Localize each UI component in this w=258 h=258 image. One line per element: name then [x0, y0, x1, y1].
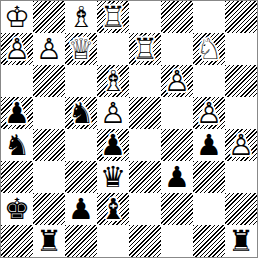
white-pawn-glyph: ♙: [193, 97, 225, 129]
white-king-icon: ♚♔: [1, 1, 33, 33]
black-queen-glyph: ♛: [97, 161, 129, 193]
square-b3[interactable]: [33, 161, 65, 193]
black-knight-icon: ♞♞: [65, 97, 97, 129]
black-knight-glyph: ♞: [1, 129, 33, 161]
black-knight-icon: ♞♞: [1, 129, 33, 161]
black-king-icon: ♚♚: [1, 193, 33, 225]
black-rook-icon: ♜♜: [225, 225, 257, 257]
white-pawn-icon: ♟♙: [33, 33, 65, 65]
white-queen-icon: ♛♕: [65, 33, 97, 65]
chess-board: ♚♔♝♗♜♖♟♙♟♙♛♕♜♖♞♘♝♗♟♙♟♟♞♞♟♙♟♙♞♞♟♟♟♟♟♙♛♛♟♟…: [1, 1, 257, 257]
white-pawn-glyph: ♙: [97, 97, 129, 129]
square-e7[interactable]: ♜♖: [129, 33, 161, 65]
black-pawn-icon: ♟♟: [193, 129, 225, 161]
black-king-glyph: ♚: [1, 193, 33, 225]
white-queen-glyph: ♕: [65, 33, 97, 65]
white-pawn-glyph: ♙: [161, 65, 193, 97]
square-c2[interactable]: ♟♟: [65, 193, 97, 225]
square-h2[interactable]: [225, 193, 257, 225]
white-pawn-icon: ♟♙: [97, 97, 129, 129]
white-rook-glyph: ♖: [129, 33, 161, 65]
square-h4[interactable]: ♟♙: [225, 129, 257, 161]
square-e8[interactable]: [129, 1, 161, 33]
square-e5[interactable]: [129, 97, 161, 129]
square-c3[interactable]: [65, 161, 97, 193]
square-h3[interactable]: [225, 161, 257, 193]
square-a1[interactable]: [1, 225, 33, 257]
square-d8[interactable]: ♜♖: [97, 1, 129, 33]
square-b5[interactable]: [33, 97, 65, 129]
square-c6[interactable]: [65, 65, 97, 97]
square-g2[interactable]: [193, 193, 225, 225]
black-queen-icon: ♛♛: [97, 161, 129, 193]
white-rook-icon: ♜♖: [129, 33, 161, 65]
square-d3[interactable]: ♛♛: [97, 161, 129, 193]
square-a4[interactable]: ♞♞: [1, 129, 33, 161]
square-g3[interactable]: [193, 161, 225, 193]
black-rook-glyph: ♜: [225, 225, 257, 257]
square-b8[interactable]: [33, 1, 65, 33]
black-pawn-glyph: ♟: [97, 129, 129, 161]
square-d1[interactable]: [97, 225, 129, 257]
square-a8[interactable]: ♚♔: [1, 1, 33, 33]
square-f7[interactable]: [161, 33, 193, 65]
white-pawn-icon: ♟♙: [225, 129, 257, 161]
white-bishop-glyph: ♗: [65, 1, 97, 33]
square-f1[interactable]: [161, 225, 193, 257]
square-a2[interactable]: ♚♚: [1, 193, 33, 225]
black-pawn-icon: ♟♟: [97, 129, 129, 161]
black-pawn-glyph: ♟: [161, 161, 193, 193]
white-king-glyph: ♔: [1, 1, 33, 33]
square-e6[interactable]: [129, 65, 161, 97]
black-knight-glyph: ♞: [65, 97, 97, 129]
white-bishop-icon: ♝♗: [65, 1, 97, 33]
square-a3[interactable]: [1, 161, 33, 193]
square-b6[interactable]: [33, 65, 65, 97]
black-pawn-icon: ♟♟: [1, 97, 33, 129]
black-pawn-icon: ♟♟: [161, 161, 193, 193]
white-rook-icon: ♜♖: [97, 1, 129, 33]
square-f3[interactable]: ♟♟: [161, 161, 193, 193]
square-h7[interactable]: [225, 33, 257, 65]
square-e1[interactable]: [129, 225, 161, 257]
square-f8[interactable]: [161, 1, 193, 33]
square-b1[interactable]: ♜♜: [33, 225, 65, 257]
black-rook-glyph: ♜: [33, 225, 65, 257]
square-f6[interactable]: ♟♙: [161, 65, 193, 97]
white-pawn-icon: ♟♙: [161, 65, 193, 97]
square-h1[interactable]: ♜♜: [225, 225, 257, 257]
square-d4[interactable]: ♟♟: [97, 129, 129, 161]
square-h5[interactable]: [225, 97, 257, 129]
square-d2[interactable]: ♝♝: [97, 193, 129, 225]
square-a7[interactable]: ♟♙: [1, 33, 33, 65]
square-a6[interactable]: [1, 65, 33, 97]
square-g8[interactable]: [193, 1, 225, 33]
square-d6[interactable]: ♝♗: [97, 65, 129, 97]
white-knight-glyph: ♘: [193, 33, 225, 65]
square-h8[interactable]: [225, 1, 257, 33]
black-pawn-glyph: ♟: [65, 193, 97, 225]
white-pawn-glyph: ♙: [33, 33, 65, 65]
square-g7[interactable]: ♞♘: [193, 33, 225, 65]
white-pawn-glyph: ♙: [225, 129, 257, 161]
square-b4[interactable]: [33, 129, 65, 161]
square-c7[interactable]: ♛♕: [65, 33, 97, 65]
square-d5[interactable]: ♟♙: [97, 97, 129, 129]
square-e3[interactable]: [129, 161, 161, 193]
white-pawn-glyph: ♙: [1, 33, 33, 65]
white-rook-glyph: ♖: [97, 1, 129, 33]
square-g6[interactable]: [193, 65, 225, 97]
chess-diagram: ♚♔♝♗♜♖♟♙♟♙♛♕♜♖♞♘♝♗♟♙♟♟♞♞♟♙♟♙♞♞♟♟♟♟♟♙♛♛♟♟…: [0, 0, 258, 258]
square-d7[interactable]: [97, 33, 129, 65]
white-bishop-icon: ♝♗: [97, 65, 129, 97]
square-h6[interactable]: [225, 65, 257, 97]
black-pawn-glyph: ♟: [193, 129, 225, 161]
black-pawn-icon: ♟♟: [65, 193, 97, 225]
square-f2[interactable]: [161, 193, 193, 225]
square-f5[interactable]: [161, 97, 193, 129]
square-c4[interactable]: [65, 129, 97, 161]
square-g4[interactable]: ♟♟: [193, 129, 225, 161]
black-bishop-icon: ♝♝: [97, 193, 129, 225]
square-g1[interactable]: [193, 225, 225, 257]
square-g5[interactable]: ♟♙: [193, 97, 225, 129]
black-bishop-glyph: ♝: [97, 193, 129, 225]
square-c5[interactable]: ♞♞: [65, 97, 97, 129]
white-pawn-icon: ♟♙: [193, 97, 225, 129]
square-a5[interactable]: ♟♟: [1, 97, 33, 129]
square-f4[interactable]: [161, 129, 193, 161]
square-b2[interactable]: [33, 193, 65, 225]
white-knight-icon: ♞♘: [193, 33, 225, 65]
square-b7[interactable]: ♟♙: [33, 33, 65, 65]
black-pawn-glyph: ♟: [1, 97, 33, 129]
square-e2[interactable]: [129, 193, 161, 225]
square-c8[interactable]: ♝♗: [65, 1, 97, 33]
white-bishop-glyph: ♗: [97, 65, 129, 97]
white-pawn-icon: ♟♙: [1, 33, 33, 65]
black-rook-icon: ♜♜: [33, 225, 65, 257]
square-c1[interactable]: [65, 225, 97, 257]
square-e4[interactable]: [129, 129, 161, 161]
